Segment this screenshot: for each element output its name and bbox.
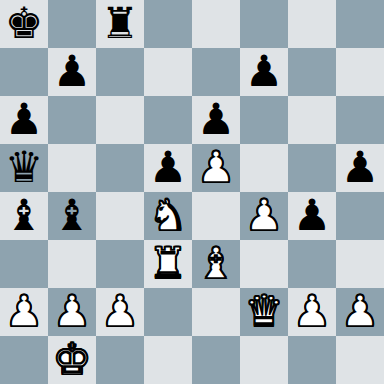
square-f4[interactable]: ♟	[240, 192, 288, 240]
piece-white-pawn[interactable]: ♟	[341, 288, 380, 335]
square-d2[interactable]	[144, 288, 192, 336]
square-b8[interactable]	[48, 0, 96, 48]
square-e8[interactable]	[192, 0, 240, 48]
square-c1[interactable]	[96, 336, 144, 384]
piece-white-pawn[interactable]: ♟	[197, 144, 236, 191]
piece-black-pawn[interactable]: ♟	[341, 144, 380, 191]
square-a3[interactable]	[0, 240, 48, 288]
square-e6[interactable]: ♟	[192, 96, 240, 144]
square-d6[interactable]	[144, 96, 192, 144]
square-e2[interactable]	[192, 288, 240, 336]
piece-black-king[interactable]: ♚	[5, 0, 44, 47]
square-g4[interactable]: ♟	[288, 192, 336, 240]
square-h5[interactable]: ♟	[336, 144, 384, 192]
square-d1[interactable]	[144, 336, 192, 384]
piece-black-bishop[interactable]: ♝	[5, 192, 44, 239]
square-b1[interactable]: ♚	[48, 336, 96, 384]
square-a7[interactable]	[0, 48, 48, 96]
piece-white-queen[interactable]: ♛	[245, 288, 284, 335]
square-c5[interactable]	[96, 144, 144, 192]
square-b7[interactable]: ♟	[48, 48, 96, 96]
piece-white-bishop[interactable]: ♝	[197, 240, 236, 287]
square-b3[interactable]	[48, 240, 96, 288]
square-g1[interactable]	[288, 336, 336, 384]
piece-white-pawn[interactable]: ♟	[53, 288, 92, 335]
square-g6[interactable]	[288, 96, 336, 144]
piece-black-queen[interactable]: ♛	[5, 144, 44, 191]
square-f1[interactable]	[240, 336, 288, 384]
square-g7[interactable]	[288, 48, 336, 96]
square-b5[interactable]	[48, 144, 96, 192]
piece-white-pawn[interactable]: ♟	[101, 288, 140, 335]
piece-white-knight[interactable]: ♞	[149, 192, 188, 239]
piece-white-pawn[interactable]: ♟	[245, 192, 284, 239]
piece-white-king[interactable]: ♚	[53, 336, 92, 383]
square-b4[interactable]: ♝	[48, 192, 96, 240]
square-f8[interactable]	[240, 0, 288, 48]
square-d3[interactable]: ♜	[144, 240, 192, 288]
square-h4[interactable]	[336, 192, 384, 240]
square-a1[interactable]	[0, 336, 48, 384]
piece-black-pawn[interactable]: ♟	[197, 96, 236, 143]
square-f2[interactable]: ♛	[240, 288, 288, 336]
square-c8[interactable]: ♜	[96, 0, 144, 48]
square-c7[interactable]	[96, 48, 144, 96]
square-c3[interactable]	[96, 240, 144, 288]
square-f7[interactable]: ♟	[240, 48, 288, 96]
square-h6[interactable]	[336, 96, 384, 144]
square-f5[interactable]	[240, 144, 288, 192]
square-f6[interactable]	[240, 96, 288, 144]
piece-black-pawn[interactable]: ♟	[149, 144, 188, 191]
square-f3[interactable]	[240, 240, 288, 288]
square-g2[interactable]: ♟	[288, 288, 336, 336]
square-b6[interactable]	[48, 96, 96, 144]
piece-black-rook[interactable]: ♜	[101, 0, 140, 47]
square-e4[interactable]	[192, 192, 240, 240]
square-h3[interactable]	[336, 240, 384, 288]
square-d5[interactable]: ♟	[144, 144, 192, 192]
piece-white-pawn[interactable]: ♟	[5, 288, 44, 335]
square-g3[interactable]	[288, 240, 336, 288]
square-a4[interactable]: ♝	[0, 192, 48, 240]
square-c2[interactable]: ♟	[96, 288, 144, 336]
square-d7[interactable]	[144, 48, 192, 96]
piece-white-rook[interactable]: ♜	[149, 240, 188, 287]
square-e1[interactable]	[192, 336, 240, 384]
square-a5[interactable]: ♛	[0, 144, 48, 192]
square-h8[interactable]	[336, 0, 384, 48]
square-a8[interactable]: ♚	[0, 0, 48, 48]
square-c4[interactable]	[96, 192, 144, 240]
square-a2[interactable]: ♟	[0, 288, 48, 336]
square-d8[interactable]	[144, 0, 192, 48]
piece-black-pawn[interactable]: ♟	[293, 192, 332, 239]
piece-black-pawn[interactable]: ♟	[245, 48, 284, 95]
square-a6[interactable]: ♟	[0, 96, 48, 144]
square-h2[interactable]: ♟	[336, 288, 384, 336]
square-d4[interactable]: ♞	[144, 192, 192, 240]
piece-black-pawn[interactable]: ♟	[5, 96, 44, 143]
square-e3[interactable]: ♝	[192, 240, 240, 288]
square-g8[interactable]	[288, 0, 336, 48]
square-g5[interactable]	[288, 144, 336, 192]
piece-black-bishop[interactable]: ♝	[53, 192, 92, 239]
square-c6[interactable]	[96, 96, 144, 144]
piece-black-pawn[interactable]: ♟	[53, 48, 92, 95]
square-e5[interactable]: ♟	[192, 144, 240, 192]
piece-white-pawn[interactable]: ♟	[293, 288, 332, 335]
square-h7[interactable]	[336, 48, 384, 96]
square-h1[interactable]	[336, 336, 384, 384]
square-b2[interactable]: ♟	[48, 288, 96, 336]
chess-board: ♚♜♟♟♟♟♛♟♟♟♝♝♞♟♟♜♝♟♟♟♛♟♟♚	[0, 0, 384, 384]
square-e7[interactable]	[192, 48, 240, 96]
